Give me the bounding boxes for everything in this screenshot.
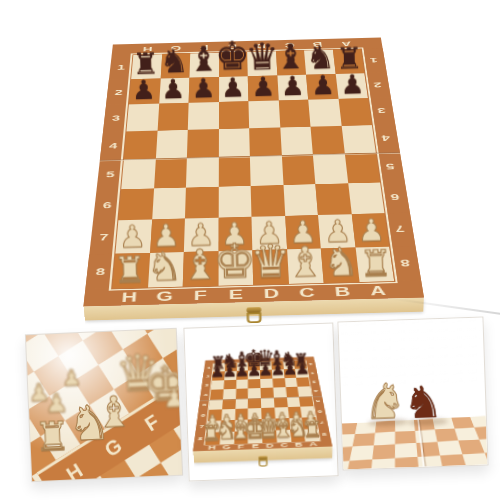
file-label-bottom: G [146, 286, 182, 304]
square-h5 [121, 158, 155, 188]
square-a4 [341, 124, 376, 153]
square-a2: ♟ [335, 72, 368, 98]
brass-clasp [245, 307, 262, 319]
brass-clasp [258, 456, 268, 464]
light-pawn-piece: ♟ [61, 367, 82, 390]
square-f5 [235, 398, 248, 409]
frame-corner [359, 37, 382, 48]
light-rook-piece: ♜ [302, 419, 322, 441]
rank-label-right: 6 [380, 181, 410, 213]
square-d8: ♛ [252, 248, 288, 284]
square-g4 [223, 389, 236, 399]
file-label-bottom: E [218, 284, 254, 302]
rank-label-right: 3 [308, 377, 319, 386]
square-e4 [218, 127, 249, 156]
dark-queen-piece: ♛ [245, 37, 279, 75]
light-knight-piece: ♞ [362, 376, 407, 425]
thumb1-letter-h: H [56, 455, 92, 482]
square-d3 [260, 379, 273, 389]
light-knight-piece: ♞ [147, 246, 183, 286]
square-g3 [223, 380, 236, 390]
square-e6 [218, 185, 251, 217]
file-label-bottom: B [324, 282, 361, 300]
dark-pawn-piece: ♟ [295, 361, 310, 378]
rank-label-left: 6 [93, 188, 121, 220]
file-label-bottom: F [182, 285, 218, 303]
light-rook-piece: ♜ [360, 244, 393, 281]
square-e8: ♚ [218, 249, 253, 285]
main-photo[interactable]: HGFEDCBA1♜♞♝♚♛♝♞♜12♟♟♟♟♟♟♟♟2334455667♟♟♟… [0, 0, 500, 328]
thumb2-board-scene: HGFEDCBA1♜♞♝♚♛♝♞♜12♟♟♟♟♟♟♟♟2334455667♟♟♟… [188, 326, 333, 471]
dark-pawn-piece: ♟ [191, 75, 216, 102]
square-a3 [338, 98, 372, 125]
square-e4 [248, 388, 261, 398]
light-rook-piece: ♜ [113, 251, 146, 288]
square-e3 [218, 101, 249, 128]
square-g4 [155, 129, 187, 158]
square-f4 [235, 389, 248, 399]
square-c4 [273, 387, 286, 397]
clasp-ring [259, 459, 268, 466]
square-h4 [210, 390, 223, 400]
square-b2: ♟ [306, 73, 338, 99]
square-d5 [250, 155, 283, 185]
thumbnail-two-knights[interactable]: ♞♞ [337, 316, 488, 470]
clasp-ring [247, 312, 262, 323]
dark-pawn-piece: ♟ [221, 74, 246, 101]
square-g3 [157, 102, 189, 129]
square-b4 [310, 125, 344, 154]
square-f3 [236, 380, 248, 390]
square-d4 [249, 127, 281, 156]
rank-label-left: 3 [103, 104, 129, 131]
dark-pawn-piece: ♟ [131, 76, 156, 103]
square-g6 [152, 187, 186, 219]
square-g2: ♟ [159, 77, 190, 103]
rank-label-left: 8 [85, 253, 115, 289]
square-b3 [308, 98, 341, 125]
dark-pawn-piece: ♟ [340, 71, 365, 98]
dark-pawn-piece: ♟ [161, 75, 186, 102]
square-b8: ♞ [321, 247, 359, 283]
dark-knight-piece: ♞ [403, 380, 444, 425]
square-h4 [124, 130, 157, 159]
square-a2: ♟ [295, 369, 308, 378]
rank-label-right: 1 [361, 48, 387, 73]
file-label-bottom: A [359, 281, 397, 299]
frame-corner [112, 44, 135, 55]
square-d4 [261, 388, 274, 398]
square-b5 [313, 153, 348, 183]
rank-label-right: 4 [310, 386, 322, 396]
rank-label-right: 3 [368, 97, 395, 124]
square-f5 [186, 156, 218, 186]
dark-pawn-piece: ♟ [251, 73, 276, 100]
clasp-plate [246, 307, 261, 313]
rank-label-right: 2 [364, 72, 390, 98]
frame-corner [83, 288, 112, 306]
square-d6 [251, 184, 285, 216]
square-g5 [222, 399, 235, 410]
square-a8: ♜ [355, 246, 394, 282]
dark-pawn-piece: ♟ [311, 72, 336, 99]
thumbnail-closeup[interactable]: HGFE ♟♟♜♞♝♟♛♚♟ [25, 328, 183, 482]
square-f6 [185, 186, 218, 218]
square-a8: ♜ [304, 429, 320, 442]
square-a6 [348, 182, 385, 214]
rank-label-right: 8 [389, 245, 421, 281]
dark-pawn-piece: ♟ [281, 72, 306, 99]
square-c5 [281, 154, 315, 184]
light-pawn-piece: ♟ [162, 384, 183, 411]
rank-label-right: 4 [372, 124, 400, 153]
frame-corner [394, 280, 424, 298]
rank-label-left: 1 [109, 54, 133, 79]
square-h3 [126, 103, 158, 130]
file-label-bottom: D [253, 283, 289, 301]
square-d2: ♟ [248, 75, 279, 101]
square-d3 [248, 100, 279, 127]
file-label-bottom: H [111, 287, 148, 305]
square-c4 [280, 126, 313, 155]
light-rook-piece: ♜ [33, 416, 71, 458]
square-c3 [272, 378, 285, 388]
light-bishop-piece: ♝ [286, 240, 324, 282]
square-c3 [278, 99, 310, 126]
square-h8: ♜ [112, 252, 149, 288]
light-knight-piece: ♞ [323, 242, 359, 282]
rank-label-left: 4 [100, 131, 127, 160]
square-f3 [188, 102, 219, 129]
square-h2: ♟ [129, 78, 160, 104]
square-e5 [218, 156, 250, 186]
file-label-bottom: C [288, 283, 325, 301]
thumb2-chess-board: HGFEDCBA1♜♞♝♚♛♝♞♜12♟♟♟♟♟♟♟♟2334455667♟♟♟… [193, 357, 332, 452]
square-h3 [211, 380, 224, 390]
square-e3 [248, 379, 260, 389]
square-f2: ♟ [189, 76, 219, 102]
square-e2: ♟ [219, 76, 249, 102]
square-c6 [283, 183, 318, 215]
square-a5 [344, 152, 380, 182]
square-c2: ♟ [277, 74, 308, 100]
square-g8: ♞ [147, 251, 183, 287]
square-c8: ♝ [287, 248, 324, 284]
rank-label-right: 5 [312, 396, 324, 407]
light-queen-piece: ♛ [250, 238, 291, 284]
board-scene: HGFEDCBA1♜♞♝♚♛♝♞♜12♟♟♟♟♟♟♟♟2334455667♟♟♟… [72, 3, 428, 307]
chess-board: HGFEDCBA1♜♞♝♚♛♝♞♜12♟♟♟♟♟♟♟♟2334455667♟♟♟… [83, 37, 423, 306]
square-f4 [187, 128, 219, 157]
rank-label-right: 5 [376, 152, 405, 182]
square-g5 [154, 157, 187, 187]
square-b6 [315, 183, 351, 215]
rank-label-left: 5 [97, 159, 124, 189]
thumbnail-full-board[interactable]: HGFEDCBA1♜♞♝♚♛♝♞♜12♟♟♟♟♟♟♟♟2334455667♟♟♟… [183, 322, 338, 481]
square-h6 [118, 188, 153, 220]
rank-label-left: 2 [106, 79, 131, 105]
